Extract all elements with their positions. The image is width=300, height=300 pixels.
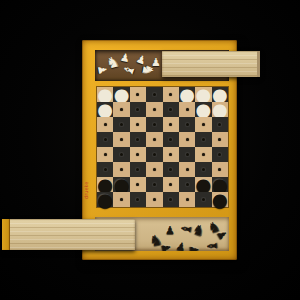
square-r2c3[interactable] (130, 102, 146, 117)
square-r3c4[interactable] (146, 117, 162, 132)
square-r5c3[interactable] (130, 147, 146, 162)
bottom-tray-lid[interactable] (2, 219, 135, 250)
square-r8c2[interactable] (113, 192, 129, 207)
square-r8c5[interactable] (163, 192, 179, 207)
peg-hole (153, 108, 156, 111)
square-r8c7[interactable] (195, 192, 211, 207)
square-r5c6[interactable] (179, 147, 195, 162)
black-pawn[interactable]: ♟ (159, 242, 172, 251)
black-disc[interactable]: ● (114, 175, 130, 193)
peg-hole (120, 138, 123, 141)
square-r3c6[interactable] (179, 117, 195, 132)
square-r8c4[interactable] (146, 192, 162, 207)
peg-hole (186, 183, 189, 186)
white-pawn[interactable]: ♟ (96, 64, 109, 76)
square-r6c3[interactable] (130, 162, 146, 177)
peg-hole (153, 168, 156, 171)
peg-hole (186, 153, 189, 156)
square-r7c6[interactable] (179, 177, 195, 192)
square-r7c4[interactable] (146, 177, 162, 192)
peg-hole (136, 138, 139, 141)
white-disc[interactable]: ● (212, 100, 228, 118)
peg-hole (104, 168, 107, 171)
square-r2c4[interactable] (146, 102, 162, 117)
board[interactable]: ●●●●●●●●●●●●●● (97, 87, 228, 207)
peg-hole (169, 93, 172, 96)
square-r4c4[interactable] (146, 132, 162, 147)
peg-hole (104, 138, 107, 141)
square-r3c7[interactable] (195, 117, 211, 132)
square-r3c1[interactable] (97, 117, 113, 132)
square-r4c5[interactable] (163, 132, 179, 147)
peg-hole (218, 168, 221, 171)
black-pawn[interactable]: ♟ (175, 240, 187, 251)
peg-hole (104, 123, 107, 126)
black-disc[interactable]: ● (196, 175, 212, 193)
square-r1c5[interactable] (163, 87, 179, 102)
peg-hole (218, 123, 221, 126)
square-r4c7[interactable] (195, 132, 211, 147)
peg-hole (153, 138, 156, 141)
square-r7c2[interactable]: ● (113, 177, 129, 192)
black-pawn[interactable]: ♟ (188, 245, 200, 251)
peg-hole (120, 123, 123, 126)
square-r8c8[interactable]: ● (212, 192, 228, 207)
peg-hole (186, 108, 189, 111)
scene: ♞♟♟♝♟♞♟ ♞♟♟♝♟♞♞♟♝♟ ●●●●●●●●●●●●●● drueke (0, 0, 300, 300)
peg-hole (169, 123, 172, 126)
square-r4c3[interactable] (130, 132, 146, 147)
square-r4c8[interactable] (212, 132, 228, 147)
square-r3c5[interactable] (163, 117, 179, 132)
square-r5c5[interactable] (163, 147, 179, 162)
peg-hole (136, 123, 139, 126)
square-r2c5[interactable] (163, 102, 179, 117)
square-r8c3[interactable] (130, 192, 146, 207)
peg-hole (136, 183, 139, 186)
white-disc[interactable]: ● (196, 100, 212, 118)
brand-stamp: drueke (83, 171, 90, 199)
peg-hole (202, 153, 205, 156)
square-r3c8[interactable] (212, 117, 228, 132)
square-r1c2[interactable]: ● (113, 87, 129, 102)
peg-hole (186, 138, 189, 141)
square-r8c6[interactable] (179, 192, 195, 207)
peg-hole (136, 198, 139, 201)
square-r3c3[interactable] (130, 117, 146, 132)
white-disc[interactable]: ● (179, 85, 195, 103)
square-r1c3[interactable] (130, 87, 146, 102)
square-r7c7[interactable]: ● (195, 177, 211, 192)
peg-hole (120, 198, 123, 201)
peg-hole (186, 198, 189, 201)
black-pawn[interactable]: ♟ (165, 225, 175, 236)
lid-edge (257, 51, 260, 77)
peg-hole (186, 123, 189, 126)
peg-hole (120, 153, 123, 156)
peg-hole (202, 138, 205, 141)
peg-hole (136, 168, 139, 171)
peg-hole (153, 93, 156, 96)
peg-hole (169, 138, 172, 141)
white-pawn[interactable]: ♟ (151, 57, 161, 68)
peg-hole (153, 183, 156, 186)
square-r2c7[interactable]: ● (195, 102, 211, 117)
square-r5c8[interactable] (212, 147, 228, 162)
square-r3c2[interactable] (113, 117, 129, 132)
peg-hole (202, 198, 205, 201)
square-r1c6[interactable]: ● (179, 87, 195, 102)
peg-hole (202, 168, 205, 171)
square-r7c3[interactable] (130, 177, 146, 192)
square-r6c5[interactable] (163, 162, 179, 177)
peg-hole (120, 168, 123, 171)
top-tray-lid[interactable] (162, 51, 260, 77)
square-r2c1[interactable]: ● (97, 102, 113, 117)
peg-hole (169, 153, 172, 156)
peg-hole (218, 153, 221, 156)
square-r5c4[interactable] (146, 147, 162, 162)
peg-hole (202, 123, 205, 126)
square-r5c1[interactable] (97, 147, 113, 162)
peg-hole (153, 153, 156, 156)
peg-hole (169, 198, 172, 201)
square-r7c5[interactable] (163, 177, 179, 192)
white-disc[interactable]: ● (97, 100, 113, 118)
square-r6c6[interactable] (179, 162, 195, 177)
square-r2c8[interactable]: ● (212, 102, 228, 117)
peg-hole (169, 108, 172, 111)
square-r5c2[interactable] (113, 147, 129, 162)
peg-hole (136, 108, 139, 111)
square-r2c2[interactable] (113, 102, 129, 117)
square-r5c7[interactable] (195, 147, 211, 162)
square-r1c4[interactable] (146, 87, 162, 102)
peg-hole (153, 198, 156, 201)
peg-hole (186, 168, 189, 171)
peg-hole (136, 93, 139, 96)
peg-hole (169, 183, 172, 186)
black-disc[interactable]: ● (212, 190, 228, 208)
lid-end-cap (2, 219, 10, 250)
square-r4c1[interactable] (97, 132, 113, 147)
peg-hole (218, 138, 221, 141)
square-r8c1[interactable]: ● (97, 192, 113, 207)
white-disc[interactable]: ● (114, 85, 130, 103)
peg-hole (153, 123, 156, 126)
black-disc[interactable]: ● (97, 190, 113, 208)
square-r4c2[interactable] (113, 132, 129, 147)
peg-hole (120, 108, 123, 111)
black-bishop[interactable]: ♝ (205, 240, 219, 251)
peg-hole (104, 153, 107, 156)
black-knight[interactable]: ♞ (191, 221, 208, 238)
square-r6c4[interactable] (146, 162, 162, 177)
square-r4c6[interactable] (179, 132, 195, 147)
square-r2c6[interactable] (179, 102, 195, 117)
peg-hole (136, 153, 139, 156)
peg-hole (169, 168, 172, 171)
